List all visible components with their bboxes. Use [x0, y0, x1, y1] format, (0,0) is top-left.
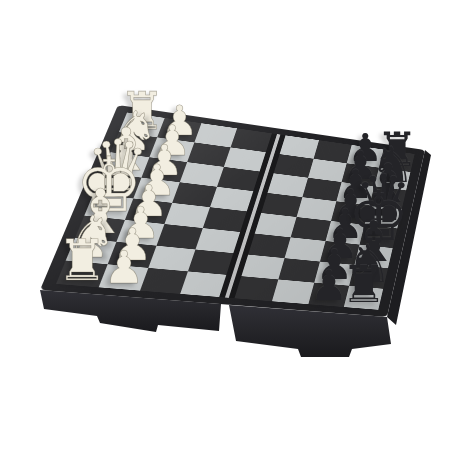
piece-white-rook[interactable]: ♜	[57, 232, 108, 289]
piece-white-pawn[interactable]: ♟	[104, 245, 144, 290]
piece-black-rook[interactable]: ♜	[341, 260, 387, 311]
chess-set-photo: ♜♞♝♛♚♝♞♜♟♟♟♟♟♟♟♟♟♟♟♟♟♟♟♟♜♞♝♛♚♝♞♜	[0, 0, 460, 460]
pieces-layer: ♜♞♝♛♚♝♞♜♟♟♟♟♟♟♟♟♟♟♟♟♟♟♟♟♜♞♝♛♚♝♞♜	[0, 0, 460, 460]
